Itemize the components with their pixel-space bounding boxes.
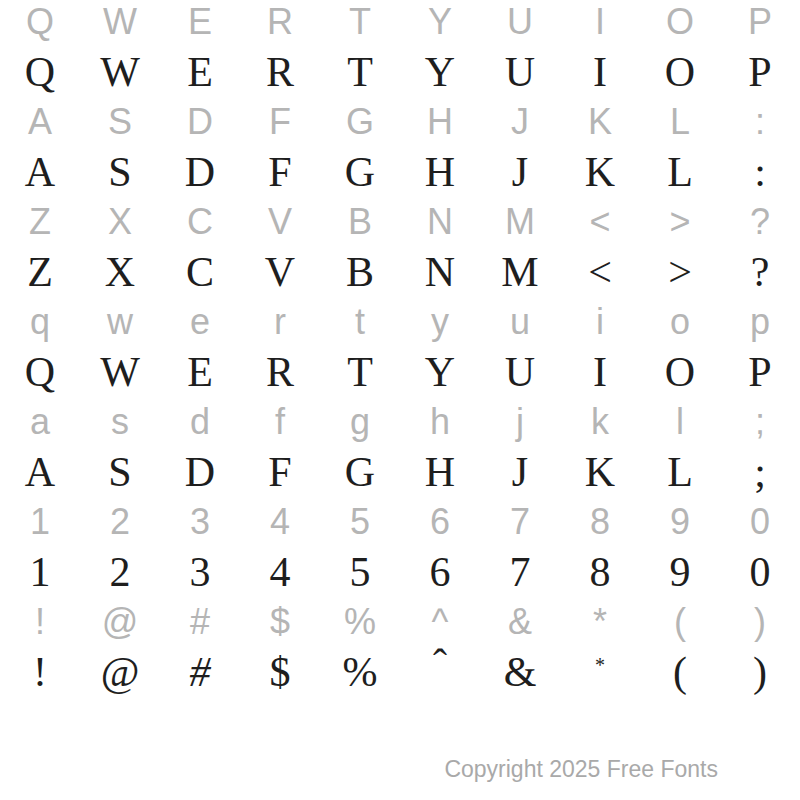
glyph-cell-r13c1: !: [0, 600, 80, 644]
glyph-cell-r7c5: t: [320, 300, 400, 344]
glyph-cell-r8c1: Q: [0, 344, 80, 400]
glyph-cell-r10c9: L: [640, 444, 720, 500]
glyph-cell-r5c4: V: [240, 200, 320, 244]
glyph-cell-r6c4: V: [240, 244, 320, 300]
glyph-cell-r7c1: q: [0, 300, 80, 344]
glyph-cell-r8c5: T: [320, 344, 400, 400]
glyph-cell-r10c5: G: [320, 444, 400, 500]
glyph-cell-r1c1: Q: [0, 0, 80, 44]
glyph-cell-r12c8: 8: [560, 544, 640, 600]
glyph-cell-r11c5: 5: [320, 500, 400, 544]
glyph-cell-r7c4: r: [240, 300, 320, 344]
glyph-cell-r6c10: ?: [720, 244, 800, 300]
glyph-cell-r13c7: &: [480, 600, 560, 644]
glyph-cell-r3c3: D: [160, 100, 240, 144]
glyph-cell-r11c7: 7: [480, 500, 560, 544]
glyph-cell-r5c5: B: [320, 200, 400, 244]
glyph-cell-r1c3: E: [160, 0, 240, 44]
glyph-cell-r11c4: 4: [240, 500, 320, 544]
glyph-cell-r11c2: 2: [80, 500, 160, 544]
glyph-cell-r2c5: T: [320, 44, 400, 100]
glyph-cell-r2c6: Y: [400, 44, 480, 100]
glyph-cell-r4c4: F: [240, 144, 320, 200]
row-7-ref: qwertyuiop: [0, 300, 800, 344]
glyph-cell-r9c8: k: [560, 400, 640, 444]
glyph-cell-r12c9: 9: [640, 544, 720, 600]
character-grid: QWERTYUIOPQWERTYUIOPASDFGHJKL:ASDFGHJKL:…: [0, 0, 800, 700]
glyph-cell-r11c3: 3: [160, 500, 240, 544]
glyph-cell-r3c2: S: [80, 100, 160, 144]
glyph-cell-r3c1: A: [0, 100, 80, 144]
glyph-cell-r9c2: s: [80, 400, 160, 444]
glyph-cell-r10c7: J: [480, 444, 560, 500]
glyph-cell-r4c10: :: [720, 144, 800, 200]
glyph-cell-r1c7: U: [480, 0, 560, 44]
glyph-cell-r5c2: X: [80, 200, 160, 244]
glyph-cell-r9c9: l: [640, 400, 720, 444]
glyph-cell-r4c2: S: [80, 144, 160, 200]
glyph-cell-r12c1: 1: [0, 544, 80, 600]
glyph-cell-r14c9: (: [640, 644, 720, 700]
row-3-ref: ASDFGHJKL:: [0, 100, 800, 144]
glyph-cell-r13c4: $: [240, 600, 320, 644]
glyph-cell-r9c6: h: [400, 400, 480, 444]
glyph-cell-r14c2: @: [80, 644, 160, 700]
glyph-cell-r12c5: 5: [320, 544, 400, 600]
glyph-cell-r11c8: 8: [560, 500, 640, 544]
glyph-cell-r7c7: u: [480, 300, 560, 344]
glyph-cell-r7c6: y: [400, 300, 480, 344]
glyph-cell-r13c5: %: [320, 600, 400, 644]
glyph-cell-r4c8: K: [560, 144, 640, 200]
glyph-cell-r3c4: F: [240, 100, 320, 144]
glyph-cell-r2c8: I: [560, 44, 640, 100]
glyph-cell-r8c3: E: [160, 344, 240, 400]
glyph-cell-r7c3: e: [160, 300, 240, 344]
glyph-cell-r10c3: D: [160, 444, 240, 500]
glyph-cell-r3c9: L: [640, 100, 720, 144]
glyph-cell-r13c2: @: [80, 600, 160, 644]
row-1-ref: QWERTYUIOP: [0, 0, 800, 44]
glyph-cell-r1c10: P: [720, 0, 800, 44]
row-10-specimen: ASDFGHJKL;: [0, 444, 800, 500]
copyright-text: Copyright 2025 Free Fonts: [444, 756, 718, 783]
glyph-cell-r4c7: J: [480, 144, 560, 200]
glyph-cell-r3c7: J: [480, 100, 560, 144]
row-11-ref: 1234567890: [0, 500, 800, 544]
glyph-cell-r3c8: K: [560, 100, 640, 144]
glyph-cell-r9c3: d: [160, 400, 240, 444]
glyph-cell-r2c2: W: [80, 44, 160, 100]
row-4-specimen: ASDFGHJKL:: [0, 144, 800, 200]
glyph-cell-r1c6: Y: [400, 0, 480, 44]
glyph-cell-r10c10: ;: [720, 444, 800, 500]
glyph-cell-r13c3: #: [160, 600, 240, 644]
glyph-cell-r6c3: C: [160, 244, 240, 300]
row-9-ref: asdfghjkl;: [0, 400, 800, 444]
row-14-specimen: !@#$%ˆ&*(): [0, 644, 800, 700]
glyph-cell-r14c7: &: [480, 644, 560, 700]
glyph-cell-r8c2: W: [80, 344, 160, 400]
glyph-cell-r9c1: a: [0, 400, 80, 444]
glyph-cell-r4c6: H: [400, 144, 480, 200]
glyph-cell-r2c4: R: [240, 44, 320, 100]
glyph-cell-r8c8: I: [560, 344, 640, 400]
glyph-cell-r3c10: :: [720, 100, 800, 144]
glyph-cell-r1c5: T: [320, 0, 400, 44]
glyph-cell-r14c10: ): [720, 644, 800, 700]
glyph-cell-r12c4: 4: [240, 544, 320, 600]
glyph-cell-r7c10: p: [720, 300, 800, 344]
glyph-cell-r12c2: 2: [80, 544, 160, 600]
glyph-cell-r12c6: 6: [400, 544, 480, 600]
glyph-cell-r6c8: <: [560, 244, 640, 300]
glyph-cell-r5c7: M: [480, 200, 560, 244]
glyph-cell-r5c3: C: [160, 200, 240, 244]
glyph-cell-r10c8: K: [560, 444, 640, 500]
glyph-cell-r1c4: R: [240, 0, 320, 44]
glyph-cell-r9c7: j: [480, 400, 560, 444]
glyph-cell-r6c7: M: [480, 244, 560, 300]
glyph-cell-r5c8: <: [560, 200, 640, 244]
glyph-cell-r8c10: P: [720, 344, 800, 400]
glyph-cell-r10c4: F: [240, 444, 320, 500]
glyph-cell-r14c4: $: [240, 644, 320, 700]
glyph-cell-r6c1: Z: [0, 244, 80, 300]
glyph-cell-r2c9: O: [640, 44, 720, 100]
glyph-cell-r9c4: f: [240, 400, 320, 444]
glyph-cell-r1c2: W: [80, 0, 160, 44]
glyph-cell-r7c9: o: [640, 300, 720, 344]
row-5-ref: ZXCVBNM<>?: [0, 200, 800, 244]
glyph-cell-r4c5: G: [320, 144, 400, 200]
glyph-cell-r4c9: L: [640, 144, 720, 200]
glyph-cell-r14c5: %: [320, 644, 400, 700]
glyph-cell-r7c8: i: [560, 300, 640, 344]
glyph-cell-r8c9: O: [640, 344, 720, 400]
glyph-cell-r6c2: X: [80, 244, 160, 300]
glyph-cell-r5c9: >: [640, 200, 720, 244]
glyph-cell-r12c10: 0: [720, 544, 800, 600]
glyph-cell-r14c8: *: [560, 637, 640, 693]
glyph-cell-r5c1: Z: [0, 200, 80, 244]
row-8-specimen: QWERTYUIOP: [0, 344, 800, 400]
glyph-cell-r6c5: B: [320, 244, 400, 300]
glyph-cell-r1c9: O: [640, 0, 720, 44]
glyph-cell-r11c9: 9: [640, 500, 720, 544]
glyph-cell-r8c4: R: [240, 344, 320, 400]
glyph-cell-r2c1: Q: [0, 44, 80, 100]
glyph-cell-r11c10: 0: [720, 500, 800, 544]
glyph-cell-r13c9: (: [640, 600, 720, 644]
glyph-cell-r10c1: A: [0, 444, 80, 500]
row-12-specimen: 1234567890: [0, 544, 800, 600]
glyph-cell-r5c10: ?: [720, 200, 800, 244]
glyph-cell-r4c1: A: [0, 144, 80, 200]
glyph-cell-r2c7: U: [480, 44, 560, 100]
glyph-cell-r14c1: !: [0, 644, 80, 700]
glyph-cell-r3c6: H: [400, 100, 480, 144]
glyph-cell-r12c7: 7: [480, 544, 560, 600]
row-6-specimen: ZXCVBNM<>?: [0, 244, 800, 300]
glyph-cell-r8c6: Y: [400, 344, 480, 400]
row-2-specimen: QWERTYUIOP: [0, 44, 800, 100]
glyph-cell-r3c5: G: [320, 100, 400, 144]
glyph-cell-r14c3: #: [160, 644, 240, 700]
glyph-cell-r8c7: U: [480, 344, 560, 400]
glyph-cell-r11c6: 6: [400, 500, 480, 544]
glyph-cell-r1c8: I: [560, 0, 640, 44]
glyph-cell-r13c10: ): [720, 600, 800, 644]
glyph-cell-r6c6: N: [400, 244, 480, 300]
glyph-cell-r2c10: P: [720, 44, 800, 100]
glyph-cell-r7c2: w: [80, 300, 160, 344]
glyph-cell-r14c6: ˆ: [400, 636, 480, 692]
glyph-cell-r2c3: E: [160, 44, 240, 100]
glyph-cell-r9c10: ;: [720, 400, 800, 444]
glyph-cell-r10c6: H: [400, 444, 480, 500]
glyph-cell-r6c9: >: [640, 244, 720, 300]
glyph-cell-r5c6: N: [400, 200, 480, 244]
glyph-cell-r10c2: S: [80, 444, 160, 500]
glyph-cell-r9c5: g: [320, 400, 400, 444]
glyph-cell-r4c3: D: [160, 144, 240, 200]
glyph-cell-r12c3: 3: [160, 544, 240, 600]
glyph-cell-r11c1: 1: [0, 500, 80, 544]
